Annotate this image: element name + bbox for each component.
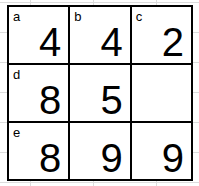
cell-r1c2[interactable] xyxy=(132,65,191,121)
cell-value: 5 xyxy=(100,80,122,120)
cell-value: 8 xyxy=(39,138,61,178)
cell-value: 2 xyxy=(162,22,184,62)
puzzle-board: a4b4c2d85e899 xyxy=(7,5,193,181)
cell-r2c1[interactable]: 9 xyxy=(70,123,129,179)
cell-r1c0[interactable]: d8 xyxy=(9,65,68,121)
cell-clue-label: a xyxy=(13,10,20,23)
cell-r2c2[interactable]: 9 xyxy=(132,123,191,179)
cell-r0c2[interactable]: c2 xyxy=(132,7,191,63)
cell-value: 9 xyxy=(162,138,184,178)
cell-value: 9 xyxy=(100,138,122,178)
cell-value: 8 xyxy=(39,80,61,120)
cell-clue-label: c xyxy=(136,10,143,23)
cell-clue-label: e xyxy=(13,126,20,139)
cell-r2c0[interactable]: e8 xyxy=(9,123,68,179)
cell-r1c1[interactable]: 5 xyxy=(70,65,129,121)
puzzle-screen: a4b4c2d85e899 xyxy=(0,0,199,186)
cell-clue-label: d xyxy=(13,68,20,81)
cell-value: 4 xyxy=(39,22,61,62)
cell-r0c1[interactable]: b4 xyxy=(70,7,129,63)
cell-clue-label: b xyxy=(74,10,81,23)
cell-r0c0[interactable]: a4 xyxy=(9,7,68,63)
cell-value: 4 xyxy=(100,22,122,62)
